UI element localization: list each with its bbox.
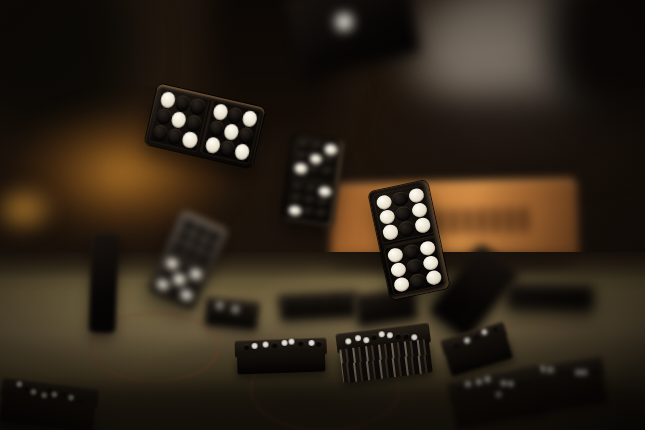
socket bbox=[322, 155, 336, 167]
domino-flat-mid-left[interactable] bbox=[277, 290, 358, 320]
pip bbox=[181, 131, 198, 150]
box-cast-shadow bbox=[328, 255, 580, 271]
pip bbox=[233, 143, 250, 162]
socket bbox=[315, 208, 329, 220]
pip bbox=[418, 239, 436, 256]
pip bbox=[422, 254, 440, 271]
foreground-blur-band bbox=[0, 385, 645, 430]
pip bbox=[309, 153, 323, 165]
pip bbox=[222, 123, 239, 142]
pip bbox=[393, 276, 411, 293]
domino-edge-face bbox=[88, 233, 118, 334]
socket bbox=[317, 197, 331, 209]
socket bbox=[398, 220, 416, 237]
socket bbox=[152, 124, 169, 143]
pip bbox=[324, 143, 338, 155]
pip bbox=[170, 111, 187, 130]
pip bbox=[410, 202, 428, 219]
half-top-3 bbox=[290, 136, 341, 182]
socket bbox=[189, 97, 206, 116]
photo-stage bbox=[0, 0, 645, 430]
pip bbox=[375, 194, 393, 211]
pip bbox=[425, 269, 443, 286]
socket bbox=[394, 205, 412, 222]
socket bbox=[237, 126, 254, 145]
pip bbox=[414, 217, 432, 234]
socket bbox=[295, 151, 309, 163]
socket bbox=[305, 184, 319, 196]
socket bbox=[208, 119, 225, 138]
socket bbox=[307, 164, 321, 176]
socket bbox=[301, 206, 315, 218]
socket bbox=[297, 140, 311, 152]
domino-blur-right-bar[interactable] bbox=[506, 282, 595, 311]
socket bbox=[409, 272, 427, 289]
pip bbox=[294, 162, 308, 174]
domino-front-edge bbox=[237, 350, 326, 374]
pip bbox=[204, 136, 221, 155]
domino-edge-face bbox=[506, 282, 595, 311]
socket bbox=[155, 107, 172, 126]
pip bbox=[159, 91, 176, 110]
domino-flat-small-left[interactable] bbox=[204, 296, 261, 329]
domino-flat-center[interactable] bbox=[234, 337, 327, 374]
socket bbox=[321, 166, 335, 178]
pip bbox=[211, 103, 228, 122]
half-bottom-2 bbox=[285, 178, 336, 224]
pip bbox=[386, 246, 404, 263]
socket bbox=[226, 106, 243, 125]
socket bbox=[303, 195, 317, 207]
half-bottom-6 bbox=[383, 236, 446, 297]
socket bbox=[185, 114, 202, 133]
pip bbox=[382, 224, 400, 241]
socket bbox=[290, 193, 304, 205]
domino-on-edge[interactable] bbox=[88, 233, 118, 334]
pip bbox=[407, 187, 425, 204]
socket bbox=[402, 243, 420, 260]
socket bbox=[291, 182, 305, 194]
pip bbox=[288, 204, 302, 216]
socket bbox=[406, 258, 424, 275]
pip bbox=[378, 209, 396, 226]
socket bbox=[174, 94, 191, 113]
socket bbox=[391, 190, 409, 207]
pip bbox=[390, 261, 408, 278]
socket bbox=[311, 141, 325, 153]
socket bbox=[166, 127, 183, 146]
pip bbox=[318, 185, 332, 197]
socket bbox=[219, 139, 236, 158]
pip bbox=[241, 109, 258, 128]
